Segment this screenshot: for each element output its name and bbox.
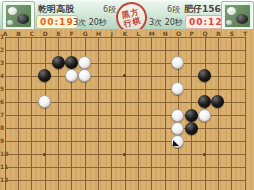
column-label-H: H [94, 30, 103, 37]
right-player-rank: 6段 [167, 4, 180, 15]
column-label-Q: Q [201, 30, 210, 37]
avatar-stones-image [6, 5, 31, 27]
column-label-R: R [214, 30, 223, 37]
left-player-avatar[interactable] [2, 1, 35, 31]
column-label-J: J [107, 30, 116, 37]
black-stone-Q4 [198, 69, 211, 82]
go-client-window: 乾明高股 6段 00:19 3次 20秒 黑方 行棋 6段 肥仔156 3次 2… [0, 0, 254, 190]
white-stone-O9 [171, 135, 184, 148]
row-label-1: 1 [0, 34, 5, 40]
grid-line-horizontal [5, 50, 246, 51]
avatar-stones-image [225, 5, 250, 27]
grid-line-horizontal [5, 167, 246, 168]
white-stone-D6 [38, 95, 51, 108]
right-player-byoyomi: 3次 20秒 [149, 17, 183, 28]
row-label-3: 3 [0, 60, 5, 66]
white-stone-Q7 [198, 109, 211, 122]
row-label-12: 12 [0, 177, 5, 183]
white-stone-O3 [171, 56, 184, 69]
column-label-C: C [27, 30, 36, 37]
go-board[interactable]: ABCDEFGHJKLMNOPQRST123456789101112 [0, 29, 254, 190]
star-point-K10 [123, 153, 126, 156]
column-label-N: N [161, 30, 170, 37]
grid-line-horizontal [5, 63, 246, 64]
row-label-9: 9 [0, 138, 5, 144]
star-point-D10 [43, 153, 46, 156]
column-label-D: D [41, 30, 50, 37]
white-stone-F4 [65, 69, 78, 82]
row-label-10: 10 [0, 151, 5, 157]
black-stone-F3 [65, 56, 78, 69]
white-stone-G4 [78, 69, 91, 82]
white-stone-O7 [171, 109, 184, 122]
right-player-avatar[interactable] [221, 1, 254, 31]
column-label-K: K [121, 30, 130, 37]
row-label-2: 2 [0, 47, 5, 53]
column-label-S: S [227, 30, 236, 37]
white-stone-G3 [78, 56, 91, 69]
row-label-4: 4 [0, 73, 5, 79]
left-player-byoyomi: 3次 20秒 [73, 17, 107, 28]
row-label-6: 6 [0, 99, 5, 105]
column-label-P: P [187, 30, 196, 37]
grid-line-horizontal [5, 141, 246, 142]
black-stone-P8 [185, 122, 198, 135]
column-label-L: L [134, 30, 143, 37]
last-move-marker [173, 140, 179, 146]
row-label-5: 5 [0, 86, 5, 92]
left-player-timer: 00:19 [36, 15, 78, 29]
left-player-rank: 6段 [103, 4, 116, 15]
white-stone-O8 [171, 122, 184, 135]
column-label-G: G [81, 30, 90, 37]
column-label-E: E [54, 30, 63, 37]
white-stone-O5 [171, 82, 184, 95]
column-label-O: O [174, 30, 183, 37]
column-label-B: B [14, 30, 23, 37]
black-stone-R6 [211, 95, 224, 108]
star-point-Q10 [203, 153, 206, 156]
grid-line-horizontal [5, 37, 246, 38]
black-stone-E3 [52, 56, 65, 69]
top-bar: 乾明高股 6段 00:19 3次 20秒 黑方 行棋 6段 肥仔156 3次 2… [0, 0, 254, 30]
column-label-M: M [147, 30, 156, 37]
black-stone-D4 [38, 69, 51, 82]
row-label-11: 11 [0, 164, 5, 170]
grid-line-horizontal [5, 89, 246, 90]
star-point-K4 [123, 74, 126, 77]
row-label-7: 7 [0, 112, 5, 118]
grid-line-horizontal [5, 128, 246, 129]
row-label-8: 8 [0, 125, 5, 131]
column-label-T: T [241, 30, 250, 37]
black-stone-P7 [185, 109, 198, 122]
grid-line-horizontal [5, 180, 246, 181]
column-label-F: F [67, 30, 76, 37]
black-stone-Q6 [198, 95, 211, 108]
